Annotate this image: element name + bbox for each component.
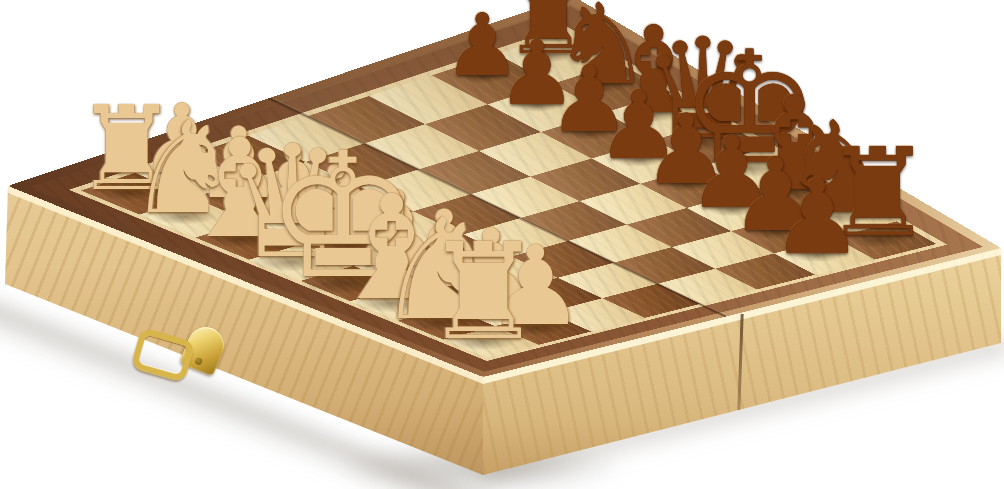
square-c3 xyxy=(304,187,413,228)
square-b1 xyxy=(139,198,248,238)
square-g1 xyxy=(398,307,495,340)
square-b2 xyxy=(193,180,304,221)
square-a3 xyxy=(191,136,306,180)
square-h1 xyxy=(443,326,538,358)
chess-set-photo: ♜♞♝♛♚♝♞♜♟♟♟♟♟♟♟♟♜♞♝♛♚♝♞♜♟♟♟♟♟♟♟♟ xyxy=(0,0,1004,489)
square-g2 xyxy=(450,293,548,327)
square-e2 xyxy=(353,250,456,286)
square-g3 xyxy=(503,278,602,313)
square-d1 xyxy=(249,244,353,281)
square-f1 xyxy=(350,287,450,321)
square-a1 xyxy=(81,173,193,215)
clasp-loop xyxy=(130,327,195,383)
square-e1 xyxy=(301,266,403,301)
square-a2 xyxy=(135,154,249,197)
square-b3 xyxy=(249,162,361,204)
square-c1 xyxy=(195,221,302,259)
square-e3 xyxy=(408,234,512,271)
square-d2 xyxy=(302,228,407,266)
square-f3 xyxy=(456,257,557,293)
square-h2 xyxy=(495,312,591,344)
square-d3 xyxy=(357,211,463,250)
square-f2 xyxy=(402,272,502,307)
square-c2 xyxy=(249,204,357,244)
square-h3 xyxy=(548,298,645,331)
